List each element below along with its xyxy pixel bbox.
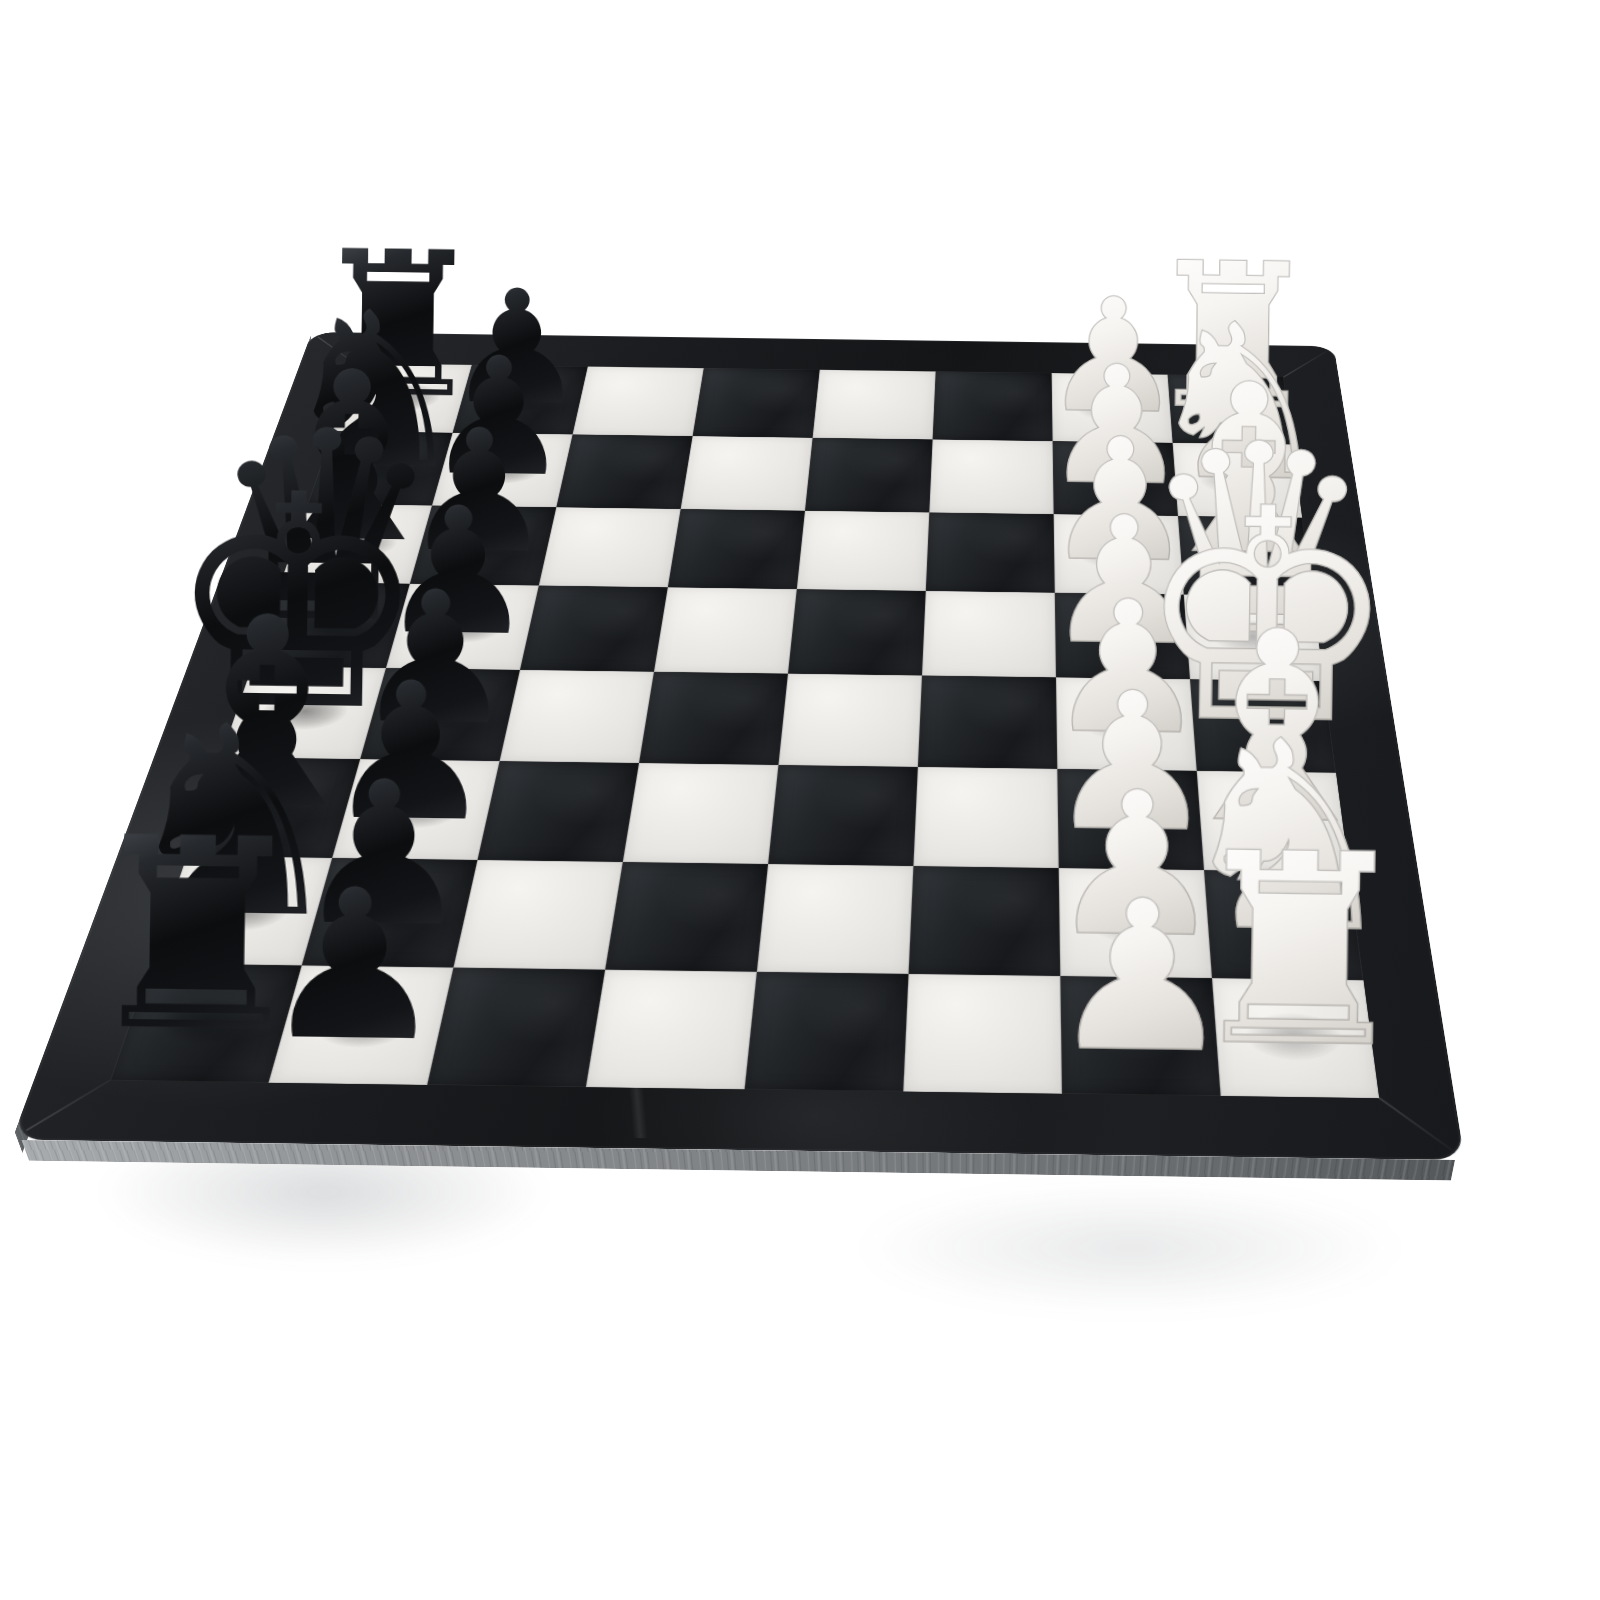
- square-f4[interactable]: [768, 765, 918, 866]
- square-e6[interactable]: [500, 670, 654, 763]
- square-g6[interactable]: [453, 860, 622, 970]
- camera-tilt-wrapper: ♜♟♟♜♞♟♟♞♝♟♟♝♛♟♟♛♚♟♟♚♝♟♟♝♞♟♟♞♜♟♟♜: [0, 0, 1600, 1600]
- square-f3[interactable]: [913, 767, 1058, 868]
- square-g5[interactable]: [605, 862, 768, 972]
- square-e3[interactable]: [918, 675, 1057, 768]
- square-h5[interactable]: [586, 970, 757, 1090]
- photo-background: ♜♟♟♜♞♟♟♞♝♟♟♝♛♟♟♛♚♟♟♚♝♟♟♝♞♟♟♞♜♟♟♜: [0, 0, 1600, 1600]
- square-h6[interactable]: [427, 968, 605, 1088]
- square-f6[interactable]: [477, 761, 639, 862]
- perspective-scene: ♜♟♟♜♞♟♟♞♝♟♟♝♛♟♟♛♚♟♟♚♝♟♟♝♞♟♟♞♜♟♟♜: [0, 0, 1600, 1600]
- chess-board: ♜♟♟♜♞♟♟♞♝♟♟♝♛♟♟♛♚♟♟♚♝♟♟♝♞♟♟♞♜♟♟♜: [12, 332, 1465, 1160]
- square-g4[interactable]: [757, 864, 914, 974]
- square-e4[interactable]: [778, 674, 922, 767]
- square-h4[interactable]: [745, 972, 909, 1092]
- square-f5[interactable]: [623, 763, 779, 864]
- square-h3[interactable]: [903, 974, 1062, 1094]
- frame-mitre-seam: [317, 337, 360, 368]
- black-pawn-glyph: ♟: [260, 867, 448, 1066]
- frame-mitre-seam: [1278, 351, 1327, 381]
- square-e5[interactable]: [639, 672, 788, 765]
- square-g3[interactable]: [909, 866, 1061, 976]
- white-pawn-glyph: ♟: [1048, 878, 1236, 1077]
- frame-mitre-seam: [1371, 1092, 1453, 1151]
- frame-mitre-seam: [26, 1074, 120, 1131]
